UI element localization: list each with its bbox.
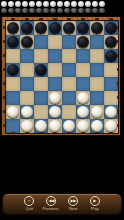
frame-coordinate-mark [109, 132, 113, 134]
square-r1c3[interactable] [34, 21, 48, 35]
frame-coordinate-mark [53, 18, 57, 20]
frame-coordinate-mark [39, 132, 43, 134]
white-piece[interactable] [49, 106, 61, 118]
square-r4c3[interactable] [34, 63, 48, 77]
frame-coordinate-mark [117, 96, 119, 99]
square-r2c1[interactable] [6, 35, 20, 49]
tray-white-piece-icon [15, 1, 21, 7]
square-r4c4[interactable] [48, 63, 62, 77]
previous-button[interactable]: ◀◀Previous [41, 194, 61, 214]
frame-coordinate-mark [3, 68, 5, 71]
frame-coordinate-mark [67, 18, 71, 20]
black-piece[interactable] [7, 36, 19, 48]
square-r7c4[interactable] [48, 105, 62, 119]
white-piece[interactable] [35, 120, 47, 132]
white-piece[interactable] [105, 120, 117, 132]
square-r7c1[interactable] [6, 105, 20, 119]
tray-white-row [1, 1, 123, 7]
white-piece[interactable] [91, 120, 103, 132]
black-piece[interactable] [105, 50, 117, 62]
square-r7c7[interactable] [90, 105, 104, 119]
tray-black-piece-icon [22, 8, 28, 13]
white-piece[interactable] [63, 120, 75, 132]
tray-white-piece-icon [85, 1, 91, 7]
tray-black-piece-icon [71, 8, 77, 13]
tray-white-piece-icon [8, 1, 14, 7]
frame-coordinate-mark [95, 18, 99, 20]
board-squares [6, 21, 118, 133]
frame-coordinate-mark [3, 124, 5, 127]
square-r5c3[interactable] [34, 77, 48, 91]
x-circle-icon-glyph: × [28, 199, 30, 203]
frame-coordinate-mark [11, 132, 15, 134]
frame-coordinate-mark [117, 124, 119, 127]
square-r6c3[interactable] [34, 91, 48, 105]
frame-coordinate-mark [3, 96, 5, 99]
square-r6c6[interactable] [76, 91, 90, 105]
square-r4c6[interactable] [76, 63, 90, 77]
square-r2c2[interactable] [20, 35, 34, 49]
frame-coordinate-mark [117, 68, 119, 71]
tray-white-piece-icon [92, 1, 98, 7]
square-r4c8[interactable] [104, 63, 118, 77]
frame-coordinate-mark [117, 110, 119, 113]
square-r1c8[interactable] [104, 21, 118, 35]
square-r3c2[interactable] [20, 49, 34, 63]
square-r1c5[interactable] [62, 21, 76, 35]
tray-white-piece-icon [1, 1, 7, 7]
square-r5c5[interactable] [62, 77, 76, 91]
square-r7c3[interactable] [34, 105, 48, 119]
toolbar-button-label: Next [69, 207, 78, 210]
tray-black-piece-icon [99, 8, 105, 13]
tray-white-piece-icon [50, 1, 56, 7]
frame-coordinate-mark [117, 54, 119, 57]
square-r8c5[interactable] [62, 119, 76, 133]
white-piece[interactable] [21, 106, 33, 118]
tray-black-piece-icon [29, 8, 35, 13]
square-r8c7[interactable] [90, 119, 104, 133]
white-piece[interactable] [77, 120, 89, 132]
square-r8c2[interactable] [20, 119, 34, 133]
tray-black-piece-icon [85, 8, 91, 13]
white-piece[interactable] [49, 92, 61, 104]
square-r1c2[interactable] [20, 21, 34, 35]
square-r8c1[interactable] [6, 119, 20, 133]
x-circle-icon: × [24, 196, 34, 206]
square-r7c6[interactable] [76, 105, 90, 119]
frame-coordinate-mark [3, 82, 5, 85]
tray-black-piece-icon [57, 8, 63, 13]
square-r5c7[interactable] [90, 77, 104, 91]
fast-forward-icon: ▶▶ [68, 196, 78, 206]
play-button[interactable]: ▶Play [85, 194, 105, 214]
square-r4c2[interactable] [20, 63, 34, 77]
black-piece[interactable] [77, 22, 89, 34]
black-piece[interactable] [105, 22, 117, 34]
black-piece[interactable] [35, 64, 47, 76]
square-r3c8[interactable] [104, 49, 118, 63]
square-r8c6[interactable] [76, 119, 90, 133]
play-icon-glyph: ▶ [94, 199, 97, 203]
tray-white-piece-icon [57, 1, 63, 7]
square-r2c7[interactable] [90, 35, 104, 49]
frame-coordinate-mark [3, 110, 5, 113]
quit-button[interactable]: ×Quit [19, 194, 39, 214]
square-r6c4[interactable] [48, 91, 62, 105]
black-piece[interactable] [91, 22, 103, 34]
tray-white-piece-icon [99, 1, 105, 7]
square-r3c5[interactable] [62, 49, 76, 63]
square-r2c6[interactable] [76, 35, 90, 49]
white-piece[interactable] [7, 106, 19, 118]
frame-coordinate-mark [117, 26, 119, 29]
tray-white-piece-icon [36, 1, 42, 7]
tray-black-piece-icon [64, 8, 70, 13]
white-piece[interactable] [49, 120, 61, 132]
rewind-icon: ◀◀ [46, 196, 56, 206]
square-r5c1[interactable] [6, 77, 20, 91]
white-piece[interactable] [77, 106, 89, 118]
black-piece[interactable] [7, 64, 19, 76]
square-r7c8[interactable] [104, 105, 118, 119]
square-r4c5[interactable] [62, 63, 76, 77]
toolbar: ×Quit◀◀Previous▶▶Next▶Play [2, 193, 122, 215]
tray-black-row [1, 8, 123, 13]
tray-white-piece-icon [22, 1, 28, 7]
board-frame [1, 16, 121, 136]
tray-white-piece-icon [64, 1, 70, 7]
frame-coordinate-mark [11, 18, 15, 20]
frame-coordinate-mark [109, 18, 113, 20]
square-r3c6[interactable] [76, 49, 90, 63]
frame-coordinate-mark [3, 26, 5, 29]
black-piece[interactable] [21, 22, 33, 34]
square-r6c8[interactable] [104, 91, 118, 105]
square-r3c4[interactable] [48, 49, 62, 63]
square-r2c4[interactable] [48, 35, 62, 49]
square-r7c5[interactable] [62, 105, 76, 119]
next-button[interactable]: ▶▶Next [63, 194, 83, 214]
rewind-icon-glyph: ◀◀ [48, 199, 53, 203]
toolbar-button-label: Quit [25, 207, 33, 210]
tray-white-piece-icon [78, 1, 84, 7]
toolbar-button-label: Previous [43, 207, 59, 210]
frame-coordinate-mark [53, 132, 57, 134]
tray-white-piece-icon [43, 1, 49, 7]
toolbar-button-label: Play [91, 207, 99, 210]
square-r3c1[interactable] [6, 49, 20, 63]
square-r5c8[interactable] [104, 77, 118, 91]
square-r5c4[interactable] [48, 77, 62, 91]
tray-black-piece-icon [78, 8, 84, 13]
tray-black-piece-icon [50, 8, 56, 13]
black-piece[interactable] [49, 22, 61, 34]
square-r1c1[interactable] [6, 21, 20, 35]
frame-coordinate-mark [3, 54, 5, 57]
black-piece[interactable] [7, 22, 19, 34]
frame-coordinate-mark [81, 132, 85, 134]
square-r1c7[interactable] [90, 21, 104, 35]
square-r1c4[interactable] [48, 21, 62, 35]
square-r4c7[interactable] [90, 63, 104, 77]
fast-forward-icon-glyph: ▶▶ [70, 199, 75, 203]
square-r8c8[interactable] [104, 119, 118, 133]
square-r7c2[interactable] [20, 105, 34, 119]
frame-coordinate-mark [39, 18, 43, 20]
black-piece[interactable] [35, 22, 47, 34]
square-r6c5[interactable] [62, 91, 76, 105]
square-r5c6[interactable] [76, 77, 90, 91]
white-piece[interactable] [105, 106, 117, 118]
black-piece[interactable] [105, 36, 117, 48]
app-screen: ×Quit◀◀Previous▶▶Next▶Play [0, 0, 124, 220]
square-r6c1[interactable] [6, 91, 20, 105]
tray-black-piece-icon [1, 8, 7, 13]
square-r6c7[interactable] [90, 91, 104, 105]
square-r4c1[interactable] [6, 63, 20, 77]
square-r8c3[interactable] [34, 119, 48, 133]
square-r3c7[interactable] [90, 49, 104, 63]
square-r3c3[interactable] [34, 49, 48, 63]
tray-black-piece-icon [8, 8, 14, 13]
black-piece[interactable] [63, 22, 75, 34]
tray-black-piece-icon [92, 8, 98, 13]
square-r1c6[interactable] [76, 21, 90, 35]
tray-black-piece-icon [15, 8, 21, 13]
black-piece[interactable] [77, 36, 89, 48]
tray-white-piece-icon [71, 1, 77, 7]
white-piece[interactable] [77, 92, 89, 104]
tray-black-piece-icon [36, 8, 42, 13]
square-r6c2[interactable] [20, 91, 34, 105]
white-piece[interactable] [21, 120, 33, 132]
black-piece[interactable] [21, 36, 33, 48]
frame-coordinate-mark [81, 18, 85, 20]
frame-coordinate-mark [3, 40, 5, 43]
square-r2c8[interactable] [104, 35, 118, 49]
square-r2c5[interactable] [62, 35, 76, 49]
piece-count-tray [1, 0, 123, 14]
tray-black-piece-icon [43, 8, 49, 13]
play-icon: ▶ [90, 196, 100, 206]
square-r5c2[interactable] [20, 77, 34, 91]
tray-white-piece-icon [29, 1, 35, 7]
frame-coordinate-mark [95, 132, 99, 134]
white-piece[interactable] [91, 106, 103, 118]
frame-coordinate-mark [25, 132, 29, 134]
frame-coordinate-mark [25, 18, 29, 20]
frame-coordinate-mark [117, 40, 119, 43]
frame-coordinate-mark [117, 82, 119, 85]
square-r2c3[interactable] [34, 35, 48, 49]
frame-coordinate-mark [67, 132, 71, 134]
square-r8c4[interactable] [48, 119, 62, 133]
